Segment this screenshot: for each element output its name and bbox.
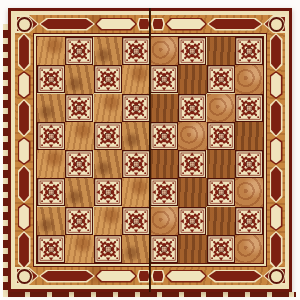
square-c5[interactable]: [94, 122, 122, 150]
square-d7[interactable]: [122, 65, 150, 93]
board-edge-bottom: [3, 292, 296, 297]
square-e1[interactable]: [150, 235, 178, 263]
square-g3[interactable]: [207, 178, 235, 206]
band-cream-hexagon: [270, 71, 283, 99]
square-f2[interactable]: [178, 207, 206, 235]
band-cream-hexagon: [270, 203, 283, 231]
square-a1[interactable]: [37, 235, 65, 263]
square-d6[interactable]: [122, 94, 150, 122]
rosette-inlay-icon: [65, 207, 93, 235]
band-maroon-hexagon: [39, 270, 95, 283]
square-d2[interactable]: [122, 207, 150, 235]
rosette-inlay-icon: [65, 94, 93, 122]
square-g8[interactable]: [207, 37, 235, 65]
rosette-inlay-icon: [150, 235, 178, 263]
square-g4[interactable]: [207, 150, 235, 178]
square-b2[interactable]: [65, 207, 93, 235]
fold-seam: [149, 8, 151, 292]
square-h5[interactable]: [235, 122, 263, 150]
rosette-inlay-icon: [178, 207, 206, 235]
square-e5[interactable]: [150, 122, 178, 150]
square-g7[interactable]: [207, 65, 235, 93]
square-d4[interactable]: [122, 150, 150, 178]
band-maroon-hexagon: [18, 231, 31, 269]
rosette-inlay-icon: [122, 207, 150, 235]
corner-screw-bottom-left: [17, 269, 32, 284]
chessboard: [8, 8, 292, 292]
corner-screw-bottom-right: [269, 269, 284, 284]
square-d5[interactable]: [122, 122, 150, 150]
band-maroon-hexagon: [18, 165, 31, 203]
rosette-inlay-icon: [178, 150, 206, 178]
band-cream-hexagon: [95, 18, 137, 31]
square-f3[interactable]: [178, 178, 206, 206]
rosette-inlay-icon: [207, 122, 235, 150]
square-e4[interactable]: [150, 150, 178, 178]
square-a6[interactable]: [37, 94, 65, 122]
square-d8[interactable]: [122, 37, 150, 65]
rosette-inlay-icon: [207, 65, 235, 93]
rosette-inlay-icon: [65, 37, 93, 65]
rosette-inlay-icon: [150, 122, 178, 150]
rosette-inlay-icon: [122, 94, 150, 122]
square-a4[interactable]: [37, 150, 65, 178]
square-c3[interactable]: [94, 178, 122, 206]
square-c1[interactable]: [94, 235, 122, 263]
square-f4[interactable]: [178, 150, 206, 178]
square-e6[interactable]: [150, 94, 178, 122]
band-cream-hexagon: [18, 203, 31, 231]
corner-screw-top-left: [17, 17, 32, 32]
rosette-inlay-icon: [94, 178, 122, 206]
rosette-inlay-icon: [150, 178, 178, 206]
band-maroon-hexagon: [270, 33, 283, 71]
rosette-inlay-icon: [178, 94, 206, 122]
square-f6[interactable]: [178, 94, 206, 122]
band-maroon-hexagon: [151, 270, 165, 283]
square-b3[interactable]: [65, 178, 93, 206]
square-a8[interactable]: [37, 37, 65, 65]
square-b5[interactable]: [65, 122, 93, 150]
rosette-inlay-icon: [37, 65, 65, 93]
rosette-inlay-icon: [94, 65, 122, 93]
square-d3[interactable]: [122, 178, 150, 206]
band-maroon-hexagon: [207, 18, 263, 31]
square-f5[interactable]: [178, 122, 206, 150]
square-a5[interactable]: [37, 122, 65, 150]
rosette-inlay-icon: [122, 150, 150, 178]
square-b8[interactable]: [65, 37, 93, 65]
square-b7[interactable]: [65, 65, 93, 93]
rosette-inlay-icon: [122, 37, 150, 65]
rosette-inlay-icon: [235, 150, 263, 178]
band-maroon-hexagon: [270, 99, 283, 137]
square-d1[interactable]: [122, 235, 150, 263]
rosette-inlay-icon: [94, 235, 122, 263]
square-g6[interactable]: [207, 94, 235, 122]
band-maroon-hexagon: [39, 18, 95, 31]
board-photo: [0, 0, 300, 300]
border-band-right: [267, 33, 285, 267]
rosette-inlay-icon: [37, 178, 65, 206]
rosette-inlay-icon: [37, 122, 65, 150]
square-f8[interactable]: [178, 37, 206, 65]
square-f1[interactable]: [178, 235, 206, 263]
square-e2[interactable]: [150, 207, 178, 235]
square-h6[interactable]: [235, 94, 263, 122]
band-maroon-hexagon: [151, 18, 165, 31]
square-h4[interactable]: [235, 150, 263, 178]
square-e8[interactable]: [150, 37, 178, 65]
band-maroon-hexagon: [18, 33, 31, 71]
rosette-inlay-icon: [235, 37, 263, 65]
band-maroon-hexagon: [270, 165, 283, 203]
rosette-inlay-icon: [235, 207, 263, 235]
square-b1[interactable]: [65, 235, 93, 263]
square-h8[interactable]: [235, 37, 263, 65]
rosette-inlay-icon: [207, 235, 235, 263]
square-c4[interactable]: [94, 150, 122, 178]
square-h3[interactable]: [235, 178, 263, 206]
band-cream-hexagon: [95, 270, 137, 283]
square-f7[interactable]: [178, 65, 206, 93]
square-g1[interactable]: [207, 235, 235, 263]
square-h1[interactable]: [235, 235, 263, 263]
square-b6[interactable]: [65, 94, 93, 122]
band-maroon-hexagon: [270, 231, 283, 269]
square-e7[interactable]: [150, 65, 178, 93]
band-cream-hexagon: [18, 137, 31, 165]
square-e3[interactable]: [150, 178, 178, 206]
rosette-inlay-icon: [94, 122, 122, 150]
square-b4[interactable]: [65, 150, 93, 178]
rosette-inlay-icon: [235, 94, 263, 122]
rosette-inlay-icon: [178, 37, 206, 65]
border-band-left: [15, 33, 33, 267]
band-maroon-hexagon: [207, 270, 263, 283]
square-a3[interactable]: [37, 178, 65, 206]
band-cream-hexagon: [165, 270, 207, 283]
square-c6[interactable]: [94, 94, 122, 122]
rosette-inlay-icon: [37, 235, 65, 263]
band-cream-hexagon: [165, 18, 207, 31]
square-c7[interactable]: [94, 65, 122, 93]
square-g2[interactable]: [207, 207, 235, 235]
corner-screw-top-right: [269, 17, 284, 32]
square-a2[interactable]: [37, 207, 65, 235]
band-cream-hexagon: [270, 137, 283, 165]
square-h2[interactable]: [235, 207, 263, 235]
rosette-inlay-icon: [65, 150, 93, 178]
rosette-inlay-icon: [207, 178, 235, 206]
square-g5[interactable]: [207, 122, 235, 150]
rosette-inlay-icon: [150, 65, 178, 93]
square-c8[interactable]: [94, 37, 122, 65]
square-c2[interactable]: [94, 207, 122, 235]
band-cream-hexagon: [18, 71, 31, 99]
band-maroon-hexagon: [18, 99, 31, 137]
square-h7[interactable]: [235, 65, 263, 93]
square-a7[interactable]: [37, 65, 65, 93]
